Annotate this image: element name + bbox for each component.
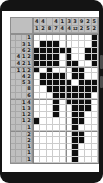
phone-side-button-icon	[100, 76, 103, 88]
grid-cell[interactable]	[92, 157, 98, 163]
clue-corner-box	[10, 17, 33, 34]
row-clue-cell: 1	[27, 157, 32, 163]
puzzle-grid	[33, 34, 99, 164]
row-clues: 1316241242111242538614131212122111	[10, 34, 33, 164]
phone-frame: 41428471434312922552 1316241242111242538…	[0, 0, 103, 183]
app-screen: 41428471434312922552 1316241242111242538…	[2, 11, 99, 172]
column-clue-cell: 2	[92, 26, 98, 34]
column-clue-cell: 5	[92, 18, 98, 26]
phone-side-button-icon	[100, 55, 103, 69]
column-clues: 41428471434312922552	[33, 17, 99, 34]
